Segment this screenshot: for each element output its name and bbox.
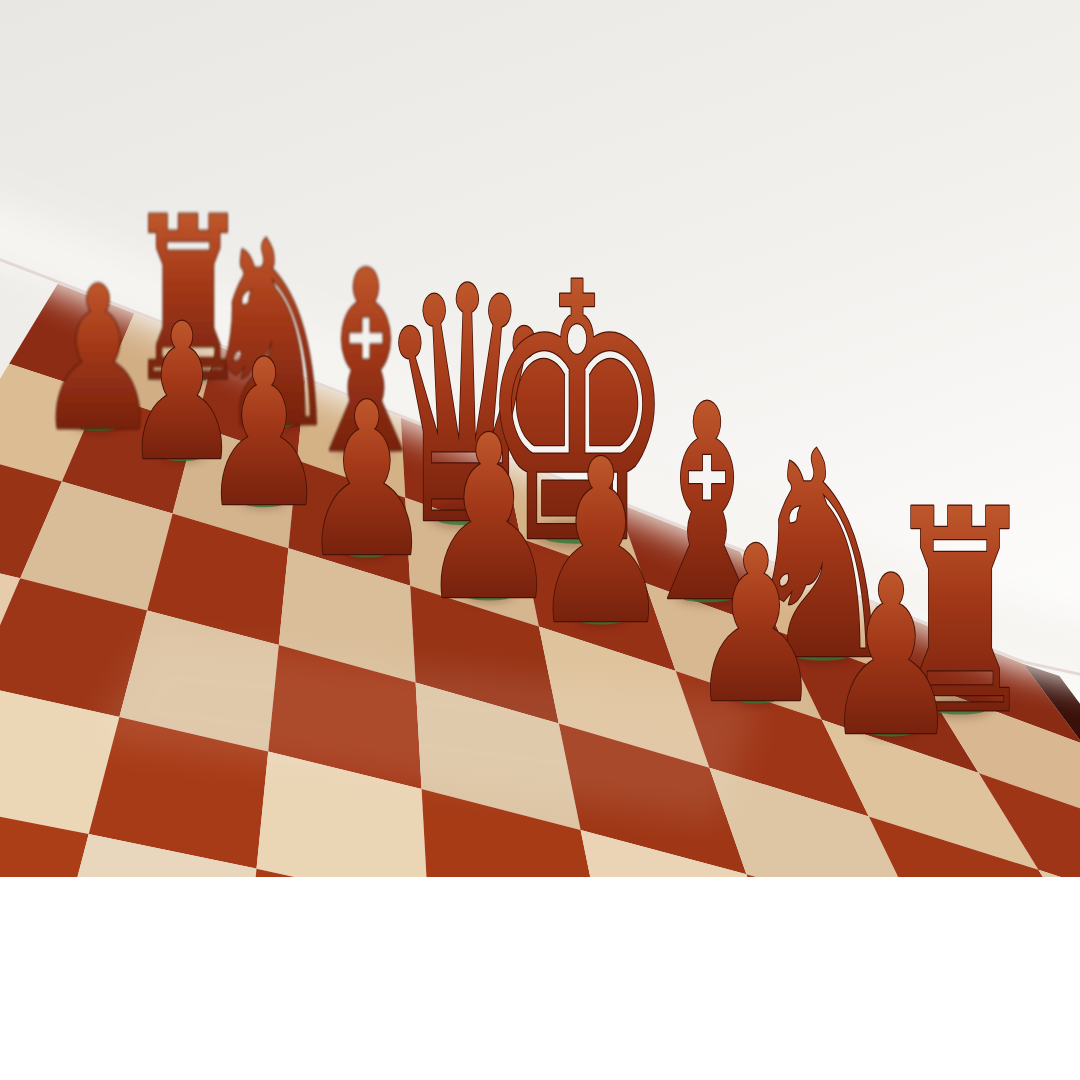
photo-bottom-crop [0,877,1080,1080]
chessboard: ♜♞♟♝♟♟♛♚♟♟♝♟♞♟♜♟ [0,0,1080,1080]
piece-pawn-d7: ♟ [300,357,433,604]
piece-pawn-h7: ♟ [822,529,960,785]
piece-pawn-g7: ♟ [689,501,824,751]
chess-set-photo: ♜♞♟♝♟♟♛♚♟♟♝♟♞♟♜♟ [0,0,1080,1080]
piece-pawn-f7: ♟ [530,411,672,674]
